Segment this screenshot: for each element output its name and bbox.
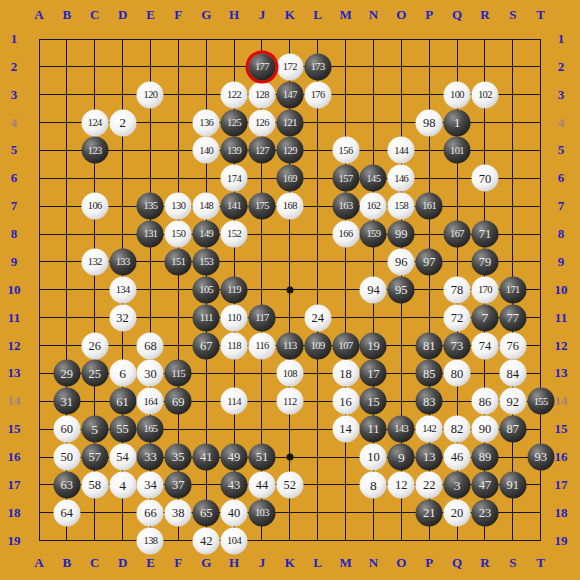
stone-G16[interactable]: 41: [193, 444, 220, 471]
stone-S14[interactable]: 92: [499, 388, 526, 415]
move-number: 131: [143, 229, 157, 240]
stone-K14[interactable]: 112: [276, 388, 303, 415]
move-number: 136: [199, 117, 213, 128]
stone-C7[interactable]: 106: [81, 193, 108, 220]
stone-H19[interactable]: 104: [221, 527, 248, 554]
stone-F14[interactable]: 69: [165, 388, 192, 415]
stone-L11[interactable]: 24: [304, 304, 331, 331]
stone-O8[interactable]: 99: [388, 221, 415, 248]
stone-D9[interactable]: 133: [109, 248, 136, 275]
stone-G4[interactable]: 136: [193, 109, 220, 136]
move-number: 120: [143, 89, 157, 100]
column-label-bottom-T: T: [536, 555, 545, 571]
stone-S13[interactable]: 84: [499, 360, 526, 387]
move-number: 11: [367, 423, 379, 436]
row-label-left-3: 3: [11, 87, 18, 103]
move-number: 19: [367, 339, 380, 352]
move-number: 20: [451, 507, 464, 520]
stone-P14[interactable]: 83: [416, 388, 443, 415]
move-number: 57: [88, 451, 101, 464]
stone-L12[interactable]: 109: [304, 332, 331, 359]
column-label-bottom-K: K: [285, 555, 295, 571]
move-number: 157: [339, 173, 353, 184]
column-label-bottom-Q: Q: [452, 555, 462, 571]
move-number: 91: [507, 479, 520, 492]
stone-J11[interactable]: 117: [248, 304, 275, 331]
stone-B15[interactable]: 60: [53, 416, 80, 443]
stone-N13[interactable]: 17: [360, 360, 387, 387]
stone-O10[interactable]: 95: [388, 276, 415, 303]
stone-J12[interactable]: 116: [248, 332, 275, 359]
column-label-top-A: A: [34, 7, 43, 23]
move-number: 144: [394, 145, 408, 156]
column-label-bottom-H: H: [229, 555, 239, 571]
column-label-top-O: O: [396, 7, 406, 23]
move-number: 158: [394, 201, 408, 212]
column-label-top-Q: Q: [452, 7, 462, 23]
stone-F13[interactable]: 115: [165, 360, 192, 387]
stone-J17[interactable]: 44: [248, 471, 275, 498]
stone-J2-last-move[interactable]: 177: [248, 53, 275, 80]
stone-F7[interactable]: 130: [165, 193, 192, 220]
stone-S17[interactable]: 91: [499, 471, 526, 498]
move-number: 101: [450, 145, 464, 156]
stone-H10[interactable]: 119: [221, 276, 248, 303]
stone-F18[interactable]: 38: [165, 499, 192, 526]
stone-H17[interactable]: 43: [221, 471, 248, 498]
stone-E17[interactable]: 34: [137, 471, 164, 498]
stone-N8[interactable]: 159: [360, 221, 387, 248]
stone-K5[interactable]: 129: [276, 137, 303, 164]
column-label-top-H: H: [229, 7, 239, 23]
stone-P9[interactable]: 97: [416, 248, 443, 275]
stone-D10[interactable]: 134: [109, 276, 136, 303]
stone-C13[interactable]: 25: [81, 360, 108, 387]
move-number: 98: [423, 116, 436, 129]
move-number: 18: [339, 367, 352, 380]
stone-E7[interactable]: 135: [137, 193, 164, 220]
stone-J4[interactable]: 126: [248, 109, 275, 136]
row-label-left-10: 10: [8, 282, 21, 298]
stone-P12[interactable]: 81: [416, 332, 443, 359]
move-number: 33: [144, 451, 157, 464]
stone-H8[interactable]: 152: [221, 221, 248, 248]
stone-O5[interactable]: 144: [388, 137, 415, 164]
move-number: 46: [451, 451, 464, 464]
row-label-left-19: 19: [8, 533, 21, 549]
move-number: 149: [199, 229, 213, 240]
move-number: 77: [507, 311, 520, 324]
star-point-K10: [286, 286, 293, 293]
stone-H4[interactable]: 125: [221, 109, 248, 136]
stone-Q18[interactable]: 20: [444, 499, 471, 526]
stone-H11[interactable]: 110: [221, 304, 248, 331]
stone-Q10[interactable]: 78: [444, 276, 471, 303]
move-number: 26: [88, 339, 101, 352]
grid-line-horizontal: [39, 540, 541, 541]
stone-O7[interactable]: 158: [388, 193, 415, 220]
stone-M14[interactable]: 16: [332, 388, 359, 415]
stone-H16[interactable]: 49: [221, 444, 248, 471]
stone-C9[interactable]: 132: [81, 248, 108, 275]
move-number: 2: [119, 116, 126, 130]
move-number: 171: [506, 285, 520, 296]
move-number: 68: [144, 339, 157, 352]
move-number: 79: [479, 256, 492, 269]
stone-C16[interactable]: 57: [81, 444, 108, 471]
stone-T16[interactable]: 93: [527, 444, 554, 471]
stone-K4[interactable]: 121: [276, 109, 303, 136]
move-number: 162: [366, 201, 380, 212]
move-number: 40: [228, 507, 241, 520]
stone-S15[interactable]: 87: [499, 416, 526, 443]
stone-P7[interactable]: 161: [416, 193, 443, 220]
stone-H3[interactable]: 122: [221, 81, 248, 108]
row-label-right-2: 2: [558, 59, 565, 75]
row-label-right-11: 11: [555, 310, 567, 326]
move-number: 121: [283, 117, 297, 128]
column-label-bottom-D: D: [118, 555, 127, 571]
stone-N7[interactable]: 162: [360, 193, 387, 220]
column-label-bottom-F: F: [174, 555, 182, 571]
stone-C12[interactable]: 26: [81, 332, 108, 359]
stone-G12[interactable]: 67: [193, 332, 220, 359]
move-number: 155: [534, 396, 548, 407]
stone-C15[interactable]: 5: [81, 416, 108, 443]
column-label-bottom-M: M: [339, 555, 351, 571]
stone-J3[interactable]: 128: [248, 81, 275, 108]
move-number: 9: [398, 450, 405, 464]
move-number: 84: [507, 367, 520, 380]
stone-G9[interactable]: 153: [193, 248, 220, 275]
stone-R18[interactable]: 23: [471, 499, 498, 526]
stone-N6[interactable]: 145: [360, 165, 387, 192]
stone-R9[interactable]: 79: [471, 248, 498, 275]
stone-M7[interactable]: 163: [332, 193, 359, 220]
move-number: 104: [227, 535, 241, 546]
stone-N17[interactable]: 8: [360, 471, 387, 498]
move-number: 109: [311, 340, 325, 351]
stone-O15[interactable]: 143: [388, 416, 415, 443]
stone-Q17[interactable]: 3: [444, 471, 471, 498]
move-number: 66: [144, 507, 157, 520]
move-number: 22: [423, 479, 436, 492]
row-label-right-12: 12: [555, 338, 568, 354]
column-label-bottom-P: P: [425, 555, 433, 571]
stone-P15[interactable]: 142: [416, 416, 443, 443]
column-label-top-D: D: [118, 7, 127, 23]
move-number: 142: [422, 424, 436, 435]
stone-E15[interactable]: 165: [137, 416, 164, 443]
stone-K3[interactable]: 147: [276, 81, 303, 108]
move-number: 105: [199, 285, 213, 296]
move-number: 156: [339, 145, 353, 156]
stone-S11[interactable]: 77: [499, 304, 526, 331]
stone-E3[interactable]: 120: [137, 81, 164, 108]
stone-T14[interactable]: 155: [527, 388, 554, 415]
stone-H6[interactable]: 174: [221, 165, 248, 192]
move-number: 124: [88, 117, 102, 128]
move-number: 130: [171, 201, 185, 212]
row-label-right-8: 8: [558, 226, 565, 242]
move-number: 96: [395, 256, 408, 269]
row-label-left-16: 16: [8, 449, 21, 465]
stone-B14[interactable]: 31: [53, 388, 80, 415]
move-number: 112: [283, 396, 297, 407]
move-number: 135: [143, 201, 157, 212]
move-number: 119: [227, 285, 241, 296]
stone-N16[interactable]: 10: [360, 444, 387, 471]
stone-Q3[interactable]: 100: [444, 81, 471, 108]
stone-N12[interactable]: 19: [360, 332, 387, 359]
stone-G18[interactable]: 65: [193, 499, 220, 526]
stone-G19[interactable]: 42: [193, 527, 220, 554]
move-number: 145: [366, 173, 380, 184]
move-number: 86: [479, 395, 492, 408]
move-number: 3: [454, 478, 461, 492]
stone-J18[interactable]: 103: [248, 499, 275, 526]
stone-D15[interactable]: 55: [109, 416, 136, 443]
stone-J5[interactable]: 127: [248, 137, 275, 164]
stone-B18[interactable]: 64: [53, 499, 80, 526]
stone-Q4[interactable]: 1: [444, 109, 471, 136]
stone-F9[interactable]: 151: [165, 248, 192, 275]
stone-M6[interactable]: 157: [332, 165, 359, 192]
stone-B13[interactable]: 29: [53, 360, 80, 387]
column-label-top-G: G: [201, 7, 211, 23]
move-number: 141: [227, 201, 241, 212]
move-number: 122: [227, 89, 241, 100]
move-number: 161: [422, 201, 436, 212]
move-number: 143: [394, 424, 408, 435]
move-number: 138: [143, 535, 157, 546]
move-number: 55: [116, 423, 129, 436]
row-label-right-13: 13: [555, 365, 568, 381]
stone-C5[interactable]: 123: [81, 137, 108, 164]
stone-L2[interactable]: 173: [304, 53, 331, 80]
move-number: 168: [283, 201, 297, 212]
row-label-right-18: 18: [555, 505, 568, 521]
stone-Q13[interactable]: 80: [444, 360, 471, 387]
stone-D11[interactable]: 32: [109, 304, 136, 331]
stone-J16[interactable]: 51: [248, 444, 275, 471]
stone-P17[interactable]: 22: [416, 471, 443, 498]
stone-E12[interactable]: 68: [137, 332, 164, 359]
stone-R6[interactable]: 70: [471, 165, 498, 192]
stone-O17[interactable]: 12: [388, 471, 415, 498]
stone-O6[interactable]: 146: [388, 165, 415, 192]
stone-D4[interactable]: 2: [109, 109, 136, 136]
stone-R16[interactable]: 89: [471, 444, 498, 471]
column-label-top-K: K: [285, 7, 295, 23]
move-number: 37: [172, 479, 185, 492]
stone-H14[interactable]: 114: [221, 388, 248, 415]
move-number: 153: [199, 257, 213, 268]
stone-Q8[interactable]: 167: [444, 221, 471, 248]
stone-G10[interactable]: 105: [193, 276, 220, 303]
stone-Q12[interactable]: 73: [444, 332, 471, 359]
stone-P13[interactable]: 85: [416, 360, 443, 387]
move-number: 147: [283, 89, 297, 100]
column-label-bottom-E: E: [146, 555, 155, 571]
stone-N15[interactable]: 11: [360, 416, 387, 443]
stone-O16[interactable]: 9: [388, 444, 415, 471]
column-label-top-F: F: [174, 7, 182, 23]
move-number: 65: [200, 507, 213, 520]
stone-H7[interactable]: 141: [221, 193, 248, 220]
stone-S12[interactable]: 76: [499, 332, 526, 359]
stone-M12[interactable]: 107: [332, 332, 359, 359]
move-number: 174: [227, 173, 241, 184]
row-label-right-15: 15: [555, 421, 568, 437]
stone-E13[interactable]: 30: [137, 360, 164, 387]
move-number: 17: [367, 367, 380, 380]
stone-C17[interactable]: 58: [81, 471, 108, 498]
go-board[interactable]: AABBCCDDEEFFGGHHJJKKLLMMNNOOPPQQRRSSTT11…: [0, 0, 580, 580]
move-number: 87: [507, 423, 520, 436]
stone-M15[interactable]: 14: [332, 416, 359, 443]
row-label-right-10: 10: [555, 282, 568, 298]
column-label-bottom-C: C: [90, 555, 99, 571]
move-number: 133: [116, 257, 130, 268]
move-number: 70: [479, 172, 492, 185]
stone-P18[interactable]: 21: [416, 499, 443, 526]
stone-M13[interactable]: 18: [332, 360, 359, 387]
stone-E8[interactable]: 131: [137, 221, 164, 248]
stone-R8[interactable]: 71: [471, 221, 498, 248]
stone-F17[interactable]: 37: [165, 471, 192, 498]
move-number: 54: [116, 451, 129, 464]
move-number: 146: [394, 173, 408, 184]
stone-K12[interactable]: 113: [276, 332, 303, 359]
grid-line-vertical: [317, 39, 318, 541]
stone-M8[interactable]: 166: [332, 221, 359, 248]
stone-N14[interactable]: 15: [360, 388, 387, 415]
move-number: 44: [256, 479, 269, 492]
stone-F8[interactable]: 150: [165, 221, 192, 248]
move-number: 32: [116, 311, 129, 324]
column-label-top-M: M: [339, 7, 351, 23]
stone-K17[interactable]: 52: [276, 471, 303, 498]
stone-R12[interactable]: 74: [471, 332, 498, 359]
stone-Q5[interactable]: 101: [444, 137, 471, 164]
move-number: 123: [88, 145, 102, 156]
move-number: 118: [227, 340, 241, 351]
move-number: 72: [451, 311, 464, 324]
column-label-top-R: R: [480, 7, 489, 23]
column-label-bottom-N: N: [369, 555, 378, 571]
stone-Q11[interactable]: 72: [444, 304, 471, 331]
stone-E14[interactable]: 164: [137, 388, 164, 415]
move-number: 76: [507, 339, 520, 352]
stone-M5[interactable]: 156: [332, 137, 359, 164]
move-number: 177: [255, 62, 269, 73]
row-label-right-14: 14: [555, 393, 568, 409]
stone-E16[interactable]: 33: [137, 444, 164, 471]
move-number: 34: [144, 479, 157, 492]
move-number: 49: [228, 451, 241, 464]
move-number: 126: [255, 117, 269, 128]
stone-N10[interactable]: 94: [360, 276, 387, 303]
row-label-right-19: 19: [555, 533, 568, 549]
stone-K6[interactable]: 169: [276, 165, 303, 192]
move-number: 8: [370, 478, 377, 492]
move-number: 7: [482, 311, 489, 325]
move-number: 51: [256, 451, 269, 464]
stone-B16[interactable]: 50: [53, 444, 80, 471]
move-number: 132: [88, 257, 102, 268]
stone-K2[interactable]: 172: [276, 53, 303, 80]
row-label-left-9: 9: [11, 254, 18, 270]
stone-L3[interactable]: 176: [304, 81, 331, 108]
stone-G11[interactable]: 111: [193, 304, 220, 331]
row-label-left-5: 5: [11, 142, 18, 158]
stone-Q16[interactable]: 46: [444, 444, 471, 471]
move-number: 113: [283, 340, 297, 351]
move-number: 29: [61, 367, 74, 380]
move-number: 80: [451, 367, 464, 380]
stone-E18[interactable]: 66: [137, 499, 164, 526]
stone-K13[interactable]: 108: [276, 360, 303, 387]
stone-R17[interactable]: 47: [471, 471, 498, 498]
move-number: 15: [367, 395, 380, 408]
stone-R14[interactable]: 86: [471, 388, 498, 415]
stone-G7[interactable]: 148: [193, 193, 220, 220]
move-number: 58: [88, 479, 101, 492]
stone-H12[interactable]: 118: [221, 332, 248, 359]
stone-R10[interactable]: 170: [471, 276, 498, 303]
stone-R15[interactable]: 90: [471, 416, 498, 443]
stone-C4[interactable]: 124: [81, 109, 108, 136]
row-label-right-16: 16: [555, 449, 568, 465]
row-label-right-17: 17: [555, 477, 568, 493]
move-number: 116: [255, 340, 269, 351]
move-number: 43: [228, 479, 241, 492]
stone-D16[interactable]: 54: [109, 444, 136, 471]
move-number: 23: [479, 507, 492, 520]
stone-B17[interactable]: 63: [53, 471, 80, 498]
column-label-bottom-A: A: [34, 555, 43, 571]
move-number: 74: [479, 339, 492, 352]
stone-H5[interactable]: 139: [221, 137, 248, 164]
stone-R11[interactable]: 7: [471, 304, 498, 331]
stone-J7[interactable]: 175: [248, 193, 275, 220]
stone-Q15[interactable]: 82: [444, 416, 471, 443]
column-label-top-P: P: [425, 7, 433, 23]
stone-D17[interactable]: 4: [109, 471, 136, 498]
move-number: 16: [339, 395, 352, 408]
stone-G8[interactable]: 149: [193, 221, 220, 248]
stone-R3[interactable]: 102: [471, 81, 498, 108]
stone-P4[interactable]: 98: [416, 109, 443, 136]
stone-O9[interactable]: 96: [388, 248, 415, 275]
stone-K7[interactable]: 168: [276, 193, 303, 220]
move-number: 31: [61, 395, 74, 408]
stone-S10[interactable]: 171: [499, 276, 526, 303]
stone-P16[interactable]: 13: [416, 444, 443, 471]
move-number: 107: [339, 340, 353, 351]
move-number: 164: [143, 396, 157, 407]
stone-E19[interactable]: 138: [137, 527, 164, 554]
stone-H18[interactable]: 40: [221, 499, 248, 526]
stone-F16[interactable]: 35: [165, 444, 192, 471]
move-number: 92: [507, 395, 520, 408]
stone-D13[interactable]: 6: [109, 360, 136, 387]
stone-D14[interactable]: 61: [109, 388, 136, 415]
stone-G5[interactable]: 140: [193, 137, 220, 164]
move-number: 60: [61, 423, 74, 436]
move-number: 85: [423, 367, 436, 380]
